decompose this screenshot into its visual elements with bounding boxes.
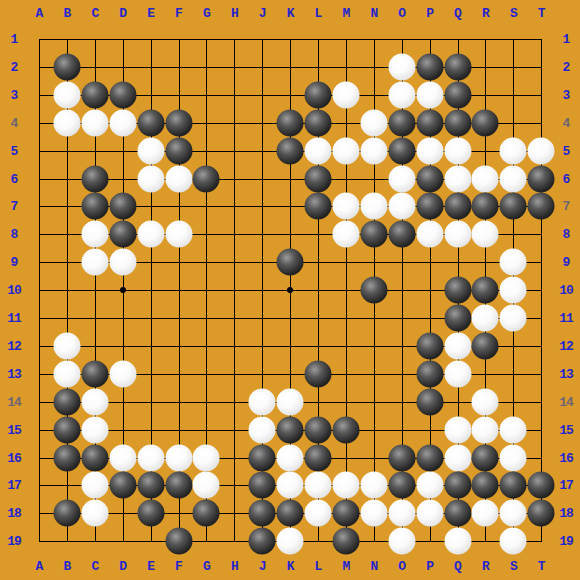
- black-stone-B15: [53, 416, 80, 443]
- white-stone-F8: [165, 221, 192, 248]
- white-stone-Q19: [444, 528, 471, 555]
- coord-left-1: 1: [11, 32, 18, 47]
- black-stone-B14: [53, 388, 80, 415]
- coord-top-C: C: [91, 6, 98, 21]
- coord-right-18: 18: [559, 506, 573, 521]
- coord-top-J: J: [259, 6, 266, 21]
- white-stone-S19: [500, 528, 527, 555]
- white-stone-M3: [332, 81, 359, 108]
- coord-top-L: L: [315, 6, 322, 21]
- black-stone-O17: [388, 472, 415, 499]
- black-stone-L6: [305, 165, 332, 192]
- black-stone-E18: [137, 500, 164, 527]
- white-stone-K19: [277, 528, 304, 555]
- black-stone-E17: [137, 472, 164, 499]
- white-stone-O19: [388, 528, 415, 555]
- white-stone-D4: [109, 109, 136, 136]
- coord-left-12: 12: [7, 338, 21, 353]
- coord-bottom-H: H: [231, 559, 238, 574]
- white-stone-B13: [53, 360, 80, 387]
- coord-left-10: 10: [7, 283, 21, 298]
- coord-top-Q: Q: [454, 6, 461, 21]
- coord-left-15: 15: [7, 422, 21, 437]
- black-stone-O4: [388, 109, 415, 136]
- grid-line-vertical: [541, 39, 542, 542]
- white-stone-D16: [109, 444, 136, 471]
- black-stone-R16: [472, 444, 499, 471]
- coord-top-E: E: [147, 6, 154, 21]
- white-stone-Q8: [444, 221, 471, 248]
- black-stone-C3: [81, 81, 108, 108]
- black-stone-L4: [305, 109, 332, 136]
- white-stone-Q16: [444, 444, 471, 471]
- white-stone-E8: [137, 221, 164, 248]
- white-stone-C17: [81, 472, 108, 499]
- coord-bottom-S: S: [510, 559, 517, 574]
- coord-right-6: 6: [563, 171, 570, 186]
- black-stone-K4: [277, 109, 304, 136]
- coord-left-17: 17: [7, 478, 21, 493]
- coord-left-2: 2: [11, 59, 18, 74]
- white-stone-C15: [81, 416, 108, 443]
- white-stone-F16: [165, 444, 192, 471]
- white-stone-B12: [53, 332, 80, 359]
- black-stone-C16: [81, 444, 108, 471]
- coord-left-3: 3: [11, 87, 18, 102]
- coord-top-A: A: [36, 6, 43, 21]
- black-stone-D8: [109, 221, 136, 248]
- white-stone-P18: [416, 500, 443, 527]
- white-stone-R15: [472, 416, 499, 443]
- white-stone-O18: [388, 500, 415, 527]
- black-stone-B2: [53, 53, 80, 80]
- black-stone-P2: [416, 53, 443, 80]
- coord-top-S: S: [510, 6, 517, 21]
- white-stone-D13: [109, 360, 136, 387]
- black-stone-Q4: [444, 109, 471, 136]
- white-stone-E6: [137, 165, 164, 192]
- black-stone-K9: [277, 249, 304, 276]
- black-stone-E4: [137, 109, 164, 136]
- coord-bottom-B: B: [63, 559, 70, 574]
- black-stone-M18: [332, 500, 359, 527]
- coord-bottom-R: R: [482, 559, 489, 574]
- white-stone-C4: [81, 109, 108, 136]
- black-stone-G6: [193, 165, 220, 192]
- white-stone-O6: [388, 165, 415, 192]
- black-stone-D7: [109, 193, 136, 220]
- white-stone-M8: [332, 221, 359, 248]
- coord-right-8: 8: [563, 227, 570, 242]
- black-stone-N10: [360, 277, 387, 304]
- coord-top-M: M: [342, 6, 349, 21]
- coord-right-9: 9: [563, 255, 570, 270]
- coord-top-F: F: [175, 6, 182, 21]
- white-stone-K14: [277, 388, 304, 415]
- white-stone-B4: [53, 109, 80, 136]
- black-stone-D3: [109, 81, 136, 108]
- black-stone-Q11: [444, 305, 471, 332]
- white-stone-S10: [500, 277, 527, 304]
- white-stone-B3: [53, 81, 80, 108]
- white-stone-P5: [416, 137, 443, 164]
- coord-left-19: 19: [7, 534, 21, 549]
- coord-right-12: 12: [559, 338, 573, 353]
- coord-bottom-O: O: [398, 559, 405, 574]
- black-stone-K5: [277, 137, 304, 164]
- black-stone-P6: [416, 165, 443, 192]
- coord-bottom-M: M: [342, 559, 349, 574]
- coord-right-16: 16: [559, 450, 573, 465]
- white-stone-Q12: [444, 332, 471, 359]
- coord-left-7: 7: [11, 199, 18, 214]
- black-stone-B16: [53, 444, 80, 471]
- coord-bottom-L: L: [315, 559, 322, 574]
- coord-right-10: 10: [559, 283, 573, 298]
- coord-bottom-C: C: [91, 559, 98, 574]
- white-stone-S9: [500, 249, 527, 276]
- white-stone-P17: [416, 472, 443, 499]
- white-stone-O3: [388, 81, 415, 108]
- white-stone-C9: [81, 249, 108, 276]
- coord-top-K: K: [287, 6, 294, 21]
- coord-right-1: 1: [563, 32, 570, 47]
- black-stone-P4: [416, 109, 443, 136]
- black-stone-O5: [388, 137, 415, 164]
- white-stone-N18: [360, 500, 387, 527]
- black-stone-T17: [528, 472, 555, 499]
- white-stone-S5: [500, 137, 527, 164]
- black-stone-L16: [305, 444, 332, 471]
- white-stone-M5: [332, 137, 359, 164]
- black-stone-Q18: [444, 500, 471, 527]
- coord-bottom-Q: Q: [454, 559, 461, 574]
- black-stone-O8: [388, 221, 415, 248]
- black-stone-F17: [165, 472, 192, 499]
- black-stone-P7: [416, 193, 443, 220]
- coord-bottom-F: F: [175, 559, 182, 574]
- coord-left-8: 8: [11, 227, 18, 242]
- black-stone-J17: [249, 472, 276, 499]
- coord-right-5: 5: [563, 143, 570, 158]
- black-stone-T6: [528, 165, 555, 192]
- coord-left-6: 6: [11, 171, 18, 186]
- coord-bottom-K: K: [287, 559, 294, 574]
- black-stone-S7: [500, 193, 527, 220]
- white-stone-R6: [472, 165, 499, 192]
- white-stone-E5: [137, 137, 164, 164]
- coord-bottom-E: E: [147, 559, 154, 574]
- coord-right-15: 15: [559, 422, 573, 437]
- white-stone-K17: [277, 472, 304, 499]
- white-stone-O2: [388, 53, 415, 80]
- white-stone-Q6: [444, 165, 471, 192]
- black-stone-O16: [388, 444, 415, 471]
- coord-right-11: 11: [559, 311, 573, 326]
- white-stone-G17: [193, 472, 220, 499]
- coord-top-T: T: [538, 6, 545, 21]
- coord-bottom-A: A: [36, 559, 43, 574]
- black-stone-B18: [53, 500, 80, 527]
- white-stone-S18: [500, 500, 527, 527]
- coord-bottom-G: G: [203, 559, 210, 574]
- black-stone-T7: [528, 193, 555, 220]
- white-stone-F6: [165, 165, 192, 192]
- white-stone-C14: [81, 388, 108, 415]
- white-stone-K16: [277, 444, 304, 471]
- white-stone-Q5: [444, 137, 471, 164]
- white-stone-S6: [500, 165, 527, 192]
- white-stone-C18: [81, 500, 108, 527]
- white-stone-C8: [81, 221, 108, 248]
- coord-right-17: 17: [559, 478, 573, 493]
- white-stone-Q15: [444, 416, 471, 443]
- coord-bottom-T: T: [538, 559, 545, 574]
- black-stone-R12: [472, 332, 499, 359]
- black-stone-M15: [332, 416, 359, 443]
- white-stone-L18: [305, 500, 332, 527]
- grid-line-vertical: [346, 39, 347, 542]
- coord-right-13: 13: [559, 366, 573, 381]
- black-stone-K15: [277, 416, 304, 443]
- black-stone-L7: [305, 193, 332, 220]
- black-stone-R10: [472, 277, 499, 304]
- white-stone-Q13: [444, 360, 471, 387]
- star-point: [287, 287, 293, 293]
- black-stone-R7: [472, 193, 499, 220]
- coord-left-5: 5: [11, 143, 18, 158]
- coord-left-4: 4: [11, 115, 18, 130]
- coord-bottom-J: J: [259, 559, 266, 574]
- coord-right-2: 2: [563, 59, 570, 74]
- black-stone-L15: [305, 416, 332, 443]
- coord-bottom-P: P: [426, 559, 433, 574]
- coord-left-16: 16: [7, 450, 21, 465]
- coord-right-4: 4: [563, 115, 570, 130]
- white-stone-J14: [249, 388, 276, 415]
- white-stone-P3: [416, 81, 443, 108]
- white-stone-G16: [193, 444, 220, 471]
- black-stone-F4: [165, 109, 192, 136]
- white-stone-M7: [332, 193, 359, 220]
- black-stone-S17: [500, 472, 527, 499]
- coord-top-P: P: [426, 6, 433, 21]
- black-stone-P16: [416, 444, 443, 471]
- coord-left-14: 14: [7, 394, 21, 409]
- white-stone-S11: [500, 305, 527, 332]
- coord-left-18: 18: [7, 506, 21, 521]
- coord-bottom-N: N: [370, 559, 377, 574]
- coord-left-13: 13: [7, 366, 21, 381]
- white-stone-S16: [500, 444, 527, 471]
- white-stone-L17: [305, 472, 332, 499]
- white-stone-L5: [305, 137, 332, 164]
- white-stone-T5: [528, 137, 555, 164]
- coord-top-G: G: [203, 6, 210, 21]
- black-stone-J19: [249, 528, 276, 555]
- white-stone-S15: [500, 416, 527, 443]
- coord-left-11: 11: [7, 311, 21, 326]
- black-stone-Q2: [444, 53, 471, 80]
- go-board-app: AABBCCDDEEFFGGHHJJKKLLMMNNOOPPQQRRSSTT11…: [0, 0, 580, 580]
- white-stone-D9: [109, 249, 136, 276]
- star-point: [120, 287, 126, 293]
- black-stone-Q17: [444, 472, 471, 499]
- white-stone-O7: [388, 193, 415, 220]
- white-stone-M17: [332, 472, 359, 499]
- black-stone-M19: [332, 528, 359, 555]
- coord-bottom-D: D: [119, 559, 126, 574]
- white-stone-N17: [360, 472, 387, 499]
- coord-left-9: 9: [11, 255, 18, 270]
- black-stone-P14: [416, 388, 443, 415]
- coord-right-14: 14: [559, 394, 573, 409]
- coord-top-O: O: [398, 6, 405, 21]
- black-stone-F19: [165, 528, 192, 555]
- white-stone-R14: [472, 388, 499, 415]
- white-stone-R11: [472, 305, 499, 332]
- black-stone-C13: [81, 360, 108, 387]
- coord-top-R: R: [482, 6, 489, 21]
- black-stone-Q3: [444, 81, 471, 108]
- black-stone-T18: [528, 500, 555, 527]
- white-stone-R8: [472, 221, 499, 248]
- black-stone-K18: [277, 500, 304, 527]
- coord-right-19: 19: [559, 534, 573, 549]
- black-stone-F5: [165, 137, 192, 164]
- black-stone-C6: [81, 165, 108, 192]
- black-stone-L3: [305, 81, 332, 108]
- coord-top-N: N: [370, 6, 377, 21]
- white-stone-E16: [137, 444, 164, 471]
- black-stone-Q7: [444, 193, 471, 220]
- coord-top-D: D: [119, 6, 126, 21]
- black-stone-D17: [109, 472, 136, 499]
- black-stone-R17: [472, 472, 499, 499]
- white-stone-N5: [360, 137, 387, 164]
- white-stone-J15: [249, 416, 276, 443]
- white-stone-N4: [360, 109, 387, 136]
- black-stone-C7: [81, 193, 108, 220]
- black-stone-Q10: [444, 277, 471, 304]
- black-stone-L13: [305, 360, 332, 387]
- white-stone-N7: [360, 193, 387, 220]
- coord-top-B: B: [63, 6, 70, 21]
- black-stone-J16: [249, 444, 276, 471]
- black-stone-J18: [249, 500, 276, 527]
- black-stone-P13: [416, 360, 443, 387]
- white-stone-P8: [416, 221, 443, 248]
- black-stone-G18: [193, 500, 220, 527]
- white-stone-R18: [472, 500, 499, 527]
- coord-top-H: H: [231, 6, 238, 21]
- coord-right-3: 3: [563, 87, 570, 102]
- black-stone-R4: [472, 109, 499, 136]
- black-stone-N8: [360, 221, 387, 248]
- black-stone-P12: [416, 332, 443, 359]
- coord-right-7: 7: [563, 199, 570, 214]
